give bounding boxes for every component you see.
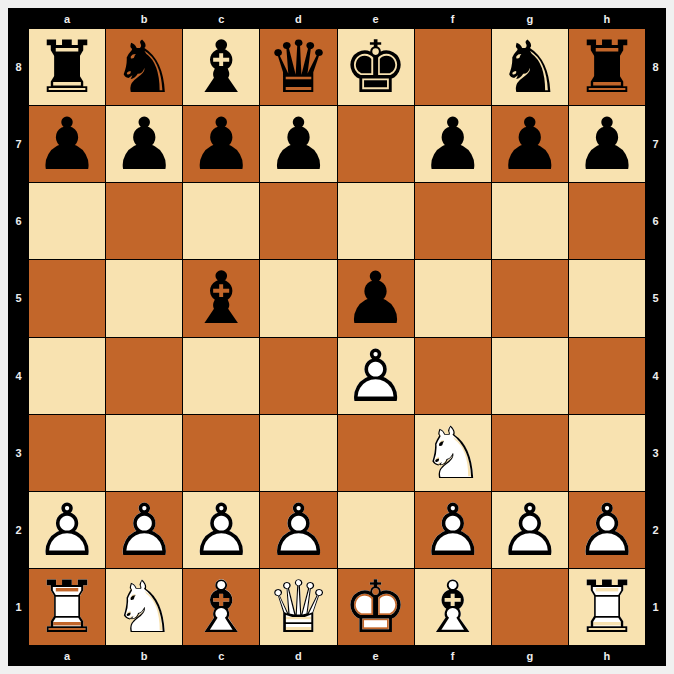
black-bishop-fill-glyph: ♝ — [183, 29, 259, 105]
piece-black-bishop-c5: ♝ — [183, 260, 259, 336]
rank-label-left-7: 7 — [8, 106, 29, 182]
black-rook-fill-glyph: ♜ — [29, 29, 105, 105]
square-c4[interactable] — [183, 338, 259, 414]
square-e2[interactable] — [338, 492, 414, 568]
square-e5[interactable]: ♟ — [338, 260, 414, 336]
square-a7[interactable]: ♟ — [29, 106, 105, 182]
square-b2[interactable]: ♟♙ — [106, 492, 182, 568]
piece-black-king-e8: ♚ — [338, 29, 414, 105]
white-bishop-outline-glyph: ♗ — [183, 569, 259, 645]
piece-black-knight-b8: ♞ — [106, 29, 182, 105]
piece-white-queen-d1: ♛♕ — [260, 569, 336, 645]
piece-white-knight-f3: ♞♘ — [415, 415, 491, 491]
white-pawn-outline-glyph: ♙ — [260, 492, 336, 568]
rank-label-left-5: 5 — [8, 260, 29, 336]
square-d3[interactable] — [260, 415, 336, 491]
black-king-fill-glyph: ♚ — [338, 29, 414, 105]
square-a3[interactable] — [29, 415, 105, 491]
piece-black-pawn-e5: ♟ — [338, 260, 414, 336]
white-knight-outline-glyph: ♘ — [415, 415, 491, 491]
rank-labels-right: 87654321 — [645, 29, 666, 645]
square-c8[interactable]: ♝ — [183, 29, 259, 105]
square-b8[interactable]: ♞ — [106, 29, 182, 105]
white-knight-outline-glyph: ♘ — [106, 569, 182, 645]
square-d8[interactable]: ♛ — [260, 29, 336, 105]
piece-black-pawn-c7: ♟ — [183, 106, 259, 182]
square-a6[interactable] — [29, 183, 105, 259]
square-c1[interactable]: ♝♗ — [183, 569, 259, 645]
square-d6[interactable] — [260, 183, 336, 259]
white-pawn-outline-glyph: ♙ — [415, 492, 491, 568]
square-g7[interactable]: ♟ — [492, 106, 568, 182]
piece-black-pawn-b7: ♟ — [106, 106, 182, 182]
piece-black-bishop-c8: ♝ — [183, 29, 259, 105]
square-d5[interactable] — [260, 260, 336, 336]
rank-label-left-3: 3 — [8, 415, 29, 491]
piece-black-pawn-h7: ♟ — [569, 106, 645, 182]
square-h3[interactable] — [569, 415, 645, 491]
square-b5[interactable] — [106, 260, 182, 336]
piece-black-queen-d8: ♛ — [260, 29, 336, 105]
board-frame: abcdefgh 87654321 ♜♞♝♛♚♞♜♟♟♟♟♟♟♟♝♟♟♙♞♘♟♙… — [8, 8, 666, 666]
white-king-outline-glyph: ♔ — [338, 569, 414, 645]
square-h5[interactable] — [569, 260, 645, 336]
file-label-bottom-g: g — [492, 645, 568, 666]
chess-board: ♜♞♝♛♚♞♜♟♟♟♟♟♟♟♝♟♟♙♞♘♟♙♟♙♟♙♟♙♟♙♟♙♟♙♜♖♞♘♝♗… — [29, 29, 645, 645]
square-e6[interactable] — [338, 183, 414, 259]
rank-label-right-5: 5 — [645, 260, 666, 336]
square-c3[interactable] — [183, 415, 259, 491]
square-h4[interactable] — [569, 338, 645, 414]
white-pawn-outline-glyph: ♙ — [338, 338, 414, 414]
square-b7[interactable]: ♟ — [106, 106, 182, 182]
square-g3[interactable] — [492, 415, 568, 491]
black-rook-fill-glyph: ♜ — [569, 29, 645, 105]
piece-black-rook-a8: ♜ — [29, 29, 105, 105]
rank-label-right-1: 1 — [645, 569, 666, 645]
piece-black-pawn-d7: ♟ — [260, 106, 336, 182]
black-pawn-fill-glyph: ♟ — [492, 106, 568, 182]
piece-white-rook-h1: ♜♖ — [569, 569, 645, 645]
square-f4[interactable] — [415, 338, 491, 414]
piece-white-pawn-a2: ♟♙ — [29, 492, 105, 568]
square-f7[interactable]: ♟ — [415, 106, 491, 182]
black-pawn-fill-glyph: ♟ — [260, 106, 336, 182]
rank-label-right-6: 6 — [645, 183, 666, 259]
rank-label-left-8: 8 — [8, 29, 29, 105]
black-bishop-fill-glyph: ♝ — [183, 260, 259, 336]
square-f6[interactable] — [415, 183, 491, 259]
square-f8[interactable] — [415, 29, 491, 105]
piece-black-pawn-g7: ♟ — [492, 106, 568, 182]
piece-white-knight-b1: ♞♘ — [106, 569, 182, 645]
black-queen-fill-glyph: ♛ — [260, 29, 336, 105]
black-pawn-fill-glyph: ♟ — [183, 106, 259, 182]
square-a2[interactable]: ♟♙ — [29, 492, 105, 568]
square-a8[interactable]: ♜ — [29, 29, 105, 105]
white-rook-outline-glyph: ♖ — [569, 569, 645, 645]
piece-black-pawn-a7: ♟ — [29, 106, 105, 182]
black-pawn-fill-glyph: ♟ — [569, 106, 645, 182]
piece-black-knight-g8: ♞ — [492, 29, 568, 105]
square-d7[interactable]: ♟ — [260, 106, 336, 182]
square-e1[interactable]: ♚♔ — [338, 569, 414, 645]
rank-label-left-2: 2 — [8, 492, 29, 568]
black-knight-fill-glyph: ♞ — [492, 29, 568, 105]
rank-label-right-7: 7 — [645, 106, 666, 182]
piece-white-pawn-f2: ♟♙ — [415, 492, 491, 568]
square-h1[interactable]: ♜♖ — [569, 569, 645, 645]
square-g1[interactable] — [492, 569, 568, 645]
square-b3[interactable] — [106, 415, 182, 491]
white-queen-outline-glyph: ♕ — [260, 569, 336, 645]
square-g4[interactable] — [492, 338, 568, 414]
square-h8[interactable]: ♜ — [569, 29, 645, 105]
black-pawn-fill-glyph: ♟ — [415, 106, 491, 182]
rank-label-left-1: 1 — [8, 569, 29, 645]
piece-white-bishop-c1: ♝♗ — [183, 569, 259, 645]
file-label-top-f: f — [415, 8, 491, 29]
square-h6[interactable] — [569, 183, 645, 259]
piece-white-pawn-e4: ♟♙ — [338, 338, 414, 414]
square-d2[interactable]: ♟♙ — [260, 492, 336, 568]
square-e8[interactable]: ♚ — [338, 29, 414, 105]
white-pawn-outline-glyph: ♙ — [29, 492, 105, 568]
square-a5[interactable] — [29, 260, 105, 336]
rank-label-right-8: 8 — [645, 29, 666, 105]
square-c2[interactable]: ♟♙ — [183, 492, 259, 568]
square-e4[interactable]: ♟♙ — [338, 338, 414, 414]
white-pawn-outline-glyph: ♙ — [183, 492, 259, 568]
rank-label-right-2: 2 — [645, 492, 666, 568]
rank-labels-left: 87654321 — [8, 29, 29, 645]
square-e3[interactable] — [338, 415, 414, 491]
black-knight-fill-glyph: ♞ — [106, 29, 182, 105]
square-a1[interactable]: ♜♖ — [29, 569, 105, 645]
square-f3[interactable]: ♞♘ — [415, 415, 491, 491]
white-pawn-outline-glyph: ♙ — [569, 492, 645, 568]
rank-label-left-4: 4 — [8, 338, 29, 414]
rank-label-left-6: 6 — [8, 183, 29, 259]
piece-white-pawn-d2: ♟♙ — [260, 492, 336, 568]
piece-black-pawn-f7: ♟ — [415, 106, 491, 182]
square-g2[interactable]: ♟♙ — [492, 492, 568, 568]
rank-label-right-3: 3 — [645, 415, 666, 491]
black-pawn-fill-glyph: ♟ — [338, 260, 414, 336]
square-a4[interactable] — [29, 338, 105, 414]
square-h7[interactable]: ♟ — [569, 106, 645, 182]
piece-white-pawn-b2: ♟♙ — [106, 492, 182, 568]
square-e7[interactable] — [338, 106, 414, 182]
square-g8[interactable]: ♞ — [492, 29, 568, 105]
piece-white-rook-a1: ♜♖ — [29, 569, 105, 645]
piece-white-pawn-h2: ♟♙ — [569, 492, 645, 568]
square-c5[interactable]: ♝ — [183, 260, 259, 336]
square-c6[interactable] — [183, 183, 259, 259]
square-d4[interactable] — [260, 338, 336, 414]
piece-white-bishop-f1: ♝♗ — [415, 569, 491, 645]
square-f5[interactable] — [415, 260, 491, 336]
white-pawn-outline-glyph: ♙ — [492, 492, 568, 568]
square-h2[interactable]: ♟♙ — [569, 492, 645, 568]
page: { "game": "chess", "position": { "fen": … — [0, 0, 674, 674]
piece-white-pawn-c2: ♟♙ — [183, 492, 259, 568]
square-g6[interactable] — [492, 183, 568, 259]
black-pawn-fill-glyph: ♟ — [106, 106, 182, 182]
rank-label-right-4: 4 — [645, 338, 666, 414]
square-b4[interactable] — [106, 338, 182, 414]
square-g5[interactable] — [492, 260, 568, 336]
piece-black-rook-h8: ♜ — [569, 29, 645, 105]
piece-white-pawn-g2: ♟♙ — [492, 492, 568, 568]
white-bishop-outline-glyph: ♗ — [415, 569, 491, 645]
square-f2[interactable]: ♟♙ — [415, 492, 491, 568]
piece-white-king-e1: ♚♔ — [338, 569, 414, 645]
white-rook-outline-glyph: ♖ — [29, 569, 105, 645]
square-b1[interactable]: ♞♘ — [106, 569, 182, 645]
white-pawn-outline-glyph: ♙ — [106, 492, 182, 568]
black-pawn-fill-glyph: ♟ — [29, 106, 105, 182]
square-b6[interactable] — [106, 183, 182, 259]
square-f1[interactable]: ♝♗ — [415, 569, 491, 645]
square-d1[interactable]: ♛♕ — [260, 569, 336, 645]
square-c7[interactable]: ♟ — [183, 106, 259, 182]
